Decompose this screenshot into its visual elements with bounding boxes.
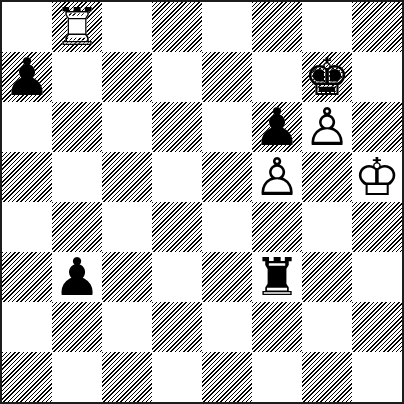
square-a2[interactable]: [2, 302, 52, 352]
square-e2[interactable]: [202, 302, 252, 352]
square-f7[interactable]: [252, 52, 302, 102]
white-pawn-f5[interactable]: ♟♙: [252, 152, 302, 202]
square-f3[interactable]: ♜♜: [252, 252, 302, 302]
square-a8[interactable]: [2, 2, 52, 52]
square-f4[interactable]: [252, 202, 302, 252]
square-h6[interactable]: [352, 102, 402, 152]
white-king-glyph: ♔: [352, 152, 402, 202]
square-e4[interactable]: [202, 202, 252, 252]
square-d1[interactable]: [152, 352, 202, 402]
white-pawn-g6[interactable]: ♟♙: [302, 102, 352, 152]
square-f6[interactable]: ♟♟: [252, 102, 302, 152]
square-h2[interactable]: [352, 302, 402, 352]
square-c7[interactable]: [102, 52, 152, 102]
square-g6[interactable]: ♟♙: [302, 102, 352, 152]
square-h3[interactable]: [352, 252, 402, 302]
white-pawn-glyph: ♙: [302, 102, 352, 152]
square-b6[interactable]: [52, 102, 102, 152]
square-g1[interactable]: [302, 352, 352, 402]
square-b3[interactable]: ♟♟: [52, 252, 102, 302]
square-d6[interactable]: [152, 102, 202, 152]
square-b7[interactable]: [52, 52, 102, 102]
square-g3[interactable]: [302, 252, 352, 302]
square-g7[interactable]: ♚♚: [302, 52, 352, 102]
black-king-glyph: ♚: [302, 52, 352, 102]
square-e1[interactable]: [202, 352, 252, 402]
square-h8[interactable]: [352, 2, 402, 52]
black-pawn-glyph: ♟: [2, 52, 52, 102]
square-b2[interactable]: [52, 302, 102, 352]
square-c2[interactable]: [102, 302, 152, 352]
black-rook-f3[interactable]: ♜♜: [252, 252, 302, 302]
square-f8[interactable]: [252, 2, 302, 52]
square-c4[interactable]: [102, 202, 152, 252]
square-a1[interactable]: [2, 352, 52, 402]
square-f1[interactable]: [252, 352, 302, 402]
square-e5[interactable]: [202, 152, 252, 202]
square-d5[interactable]: [152, 152, 202, 202]
black-pawn-glyph: ♟: [252, 102, 302, 152]
square-c6[interactable]: [102, 102, 152, 152]
square-a5[interactable]: [2, 152, 52, 202]
black-pawn-glyph: ♟: [52, 252, 102, 302]
square-f2[interactable]: [252, 302, 302, 352]
white-king-h5[interactable]: ♚♔: [352, 152, 402, 202]
square-a7[interactable]: ♟♟: [2, 52, 52, 102]
black-rook-glyph: ♜: [252, 252, 302, 302]
black-pawn-a7[interactable]: ♟♟: [2, 52, 52, 102]
square-a4[interactable]: [2, 202, 52, 252]
square-b8[interactable]: ♜♖: [52, 2, 102, 52]
square-e7[interactable]: [202, 52, 252, 102]
black-king-g7[interactable]: ♚♚: [302, 52, 352, 102]
square-b5[interactable]: [52, 152, 102, 202]
square-h7[interactable]: [352, 52, 402, 102]
white-rook-glyph: ♖: [52, 2, 102, 52]
square-c3[interactable]: [102, 252, 152, 302]
square-d7[interactable]: [152, 52, 202, 102]
square-a3[interactable]: [2, 252, 52, 302]
square-h4[interactable]: [352, 202, 402, 252]
chessboard: ♜♖♟♟♚♚♟♟♟♙♟♙♚♔♟♟♜♜: [2, 2, 402, 402]
square-h5[interactable]: ♚♔: [352, 152, 402, 202]
square-d8[interactable]: [152, 2, 202, 52]
square-d4[interactable]: [152, 202, 202, 252]
chess-diagram: ♜♖♟♟♚♚♟♟♟♙♟♙♚♔♟♟♜♜: [0, 0, 404, 404]
square-a6[interactable]: [2, 102, 52, 152]
square-c1[interactable]: [102, 352, 152, 402]
white-pawn-glyph: ♙: [252, 152, 302, 202]
square-b1[interactable]: [52, 352, 102, 402]
square-d2[interactable]: [152, 302, 202, 352]
square-h1[interactable]: [352, 352, 402, 402]
square-b4[interactable]: [52, 202, 102, 252]
white-rook-b8[interactable]: ♜♖: [52, 2, 102, 52]
square-g8[interactable]: [302, 2, 352, 52]
square-c5[interactable]: [102, 152, 152, 202]
black-pawn-f6[interactable]: ♟♟: [252, 102, 302, 152]
square-c8[interactable]: [102, 2, 152, 52]
black-pawn-b3[interactable]: ♟♟: [52, 252, 102, 302]
square-e8[interactable]: [202, 2, 252, 52]
square-e3[interactable]: [202, 252, 252, 302]
square-e6[interactable]: [202, 102, 252, 152]
square-f5[interactable]: ♟♙: [252, 152, 302, 202]
square-d3[interactable]: [152, 252, 202, 302]
square-g2[interactable]: [302, 302, 352, 352]
square-g5[interactable]: [302, 152, 352, 202]
square-g4[interactable]: [302, 202, 352, 252]
